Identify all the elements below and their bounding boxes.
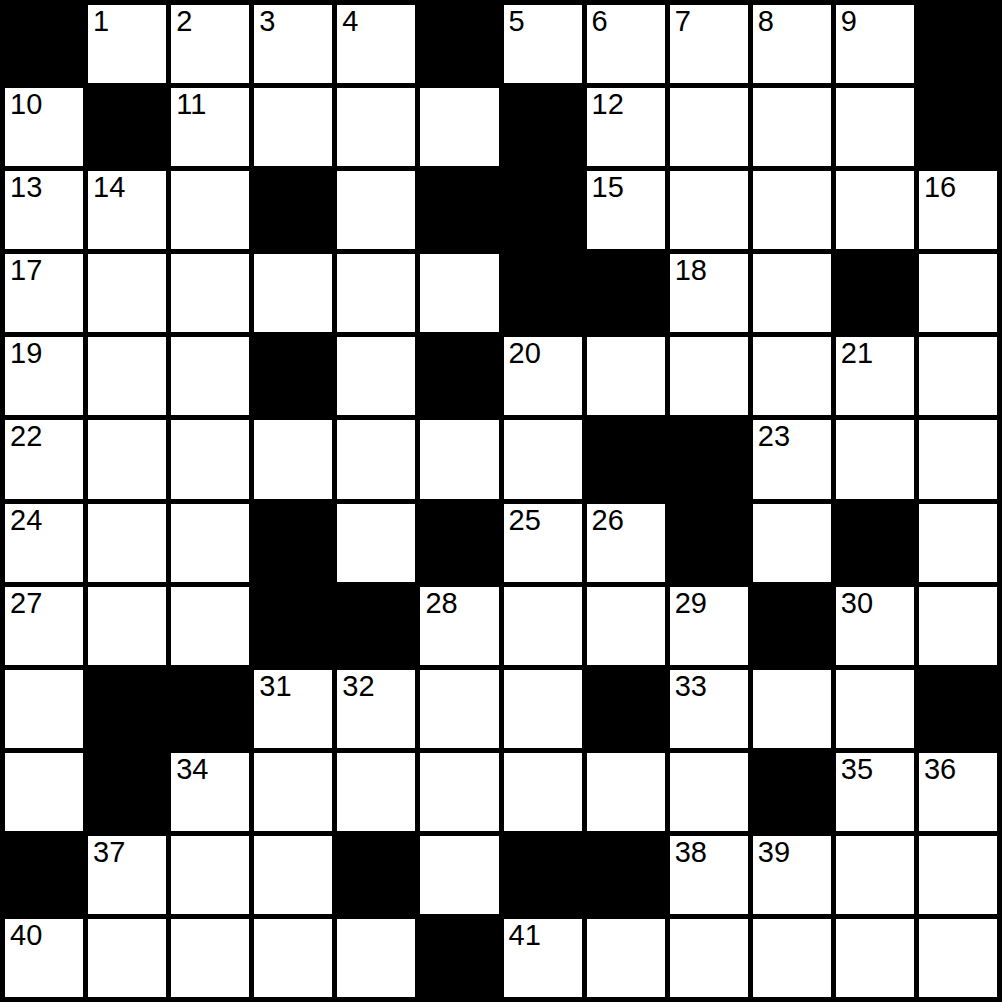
open-cell-r2c3[interactable]: 11 [171, 88, 249, 166]
open-cell-r2c4[interactable] [254, 88, 332, 166]
open-cell-r10c3[interactable]: 34 [171, 753, 249, 831]
open-cell-r2c6[interactable] [420, 88, 498, 166]
block-cell-r1c6 [420, 5, 498, 83]
open-cell-r3c8[interactable]: 15 [587, 171, 665, 249]
clue-number-32: 32 [342, 670, 374, 702]
open-cell-r1c5[interactable]: 4 [337, 5, 415, 83]
open-cell-r9c9[interactable]: 33 [670, 670, 748, 748]
open-cell-r2c9[interactable] [670, 88, 748, 166]
open-cell-r7c7[interactable]: 25 [504, 504, 582, 582]
block-cell-r11c7 [504, 836, 582, 914]
open-cell-r2c11[interactable] [836, 88, 914, 166]
open-cell-r1c8[interactable]: 6 [587, 5, 665, 83]
open-cell-r6c12[interactable] [919, 420, 997, 498]
clue-number-24: 24 [10, 504, 42, 536]
block-cell-r6c9 [670, 420, 748, 498]
open-cell-r3c11[interactable] [836, 171, 914, 249]
open-cell-r6c11[interactable] [836, 420, 914, 498]
open-cell-r10c6[interactable] [420, 753, 498, 831]
block-cell-r10c10 [753, 753, 831, 831]
open-cell-r12c5[interactable] [337, 919, 415, 997]
open-cell-r6c4[interactable] [254, 420, 332, 498]
open-cell-r11c10[interactable]: 39 [753, 836, 831, 914]
open-cell-r11c12[interactable] [919, 836, 997, 914]
open-cell-r4c2[interactable] [88, 254, 166, 332]
clue-number-6: 6 [592, 5, 608, 37]
block-cell-r7c6 [420, 504, 498, 582]
open-cell-r12c4[interactable] [254, 919, 332, 997]
block-cell-r7c4 [254, 504, 332, 582]
open-cell-r8c12[interactable] [919, 587, 997, 665]
open-cell-r10c7[interactable] [504, 753, 582, 831]
clue-number-34: 34 [176, 753, 208, 785]
block-cell-r7c11 [836, 504, 914, 582]
open-cell-r10c1[interactable] [5, 753, 83, 831]
open-cell-r5c3[interactable] [171, 337, 249, 415]
clue-number-27: 27 [10, 587, 42, 619]
open-cell-r4c3[interactable] [171, 254, 249, 332]
block-cell-r9c8 [587, 670, 665, 748]
block-cell-r11c5 [337, 836, 415, 914]
open-cell-r6c2[interactable] [88, 420, 166, 498]
open-cell-r7c8[interactable]: 26 [587, 504, 665, 582]
open-cell-r1c7[interactable]: 5 [504, 5, 582, 83]
open-cell-r9c10[interactable] [753, 670, 831, 748]
clue-number-3: 3 [259, 5, 275, 37]
block-cell-r6c8 [587, 420, 665, 498]
open-cell-r7c12[interactable] [919, 504, 997, 582]
open-cell-r2c5[interactable] [337, 88, 415, 166]
open-cell-r4c6[interactable] [420, 254, 498, 332]
open-cell-r11c2[interactable]: 37 [88, 836, 166, 914]
block-cell-r8c4 [254, 587, 332, 665]
open-cell-r5c12[interactable] [919, 337, 997, 415]
open-cell-r12c11[interactable] [836, 919, 914, 997]
clue-number-9: 9 [841, 5, 857, 37]
open-cell-r7c10[interactable] [753, 504, 831, 582]
clue-number-15: 15 [592, 171, 624, 203]
clue-number-40: 40 [10, 919, 42, 951]
open-cell-r5c8[interactable] [587, 337, 665, 415]
open-cell-r10c8[interactable] [587, 753, 665, 831]
open-cell-r12c3[interactable] [171, 919, 249, 997]
clue-number-38: 38 [675, 836, 707, 868]
block-cell-r8c10 [753, 587, 831, 665]
open-cell-r8c8[interactable] [587, 587, 665, 665]
clue-number-12: 12 [592, 88, 624, 120]
open-cell-r10c11[interactable]: 35 [836, 753, 914, 831]
open-cell-r5c10[interactable] [753, 337, 831, 415]
open-cell-r10c9[interactable] [670, 753, 748, 831]
block-cell-r3c4 [254, 171, 332, 249]
open-cell-r5c1[interactable]: 19 [5, 337, 83, 415]
clue-number-5: 5 [509, 5, 525, 37]
clue-number-22: 22 [10, 420, 42, 452]
clue-number-8: 8 [758, 5, 774, 37]
clue-number-41: 41 [509, 919, 541, 951]
open-cell-r11c4[interactable] [254, 836, 332, 914]
block-cell-r3c6 [420, 171, 498, 249]
clue-number-4: 4 [342, 5, 358, 37]
clue-number-19: 19 [10, 337, 42, 369]
block-cell-r4c7 [504, 254, 582, 332]
block-cell-r9c2 [88, 670, 166, 748]
open-cell-r4c5[interactable] [337, 254, 415, 332]
clue-number-37: 37 [93, 836, 125, 868]
open-cell-r1c11[interactable]: 9 [836, 5, 914, 83]
open-cell-r3c5[interactable] [337, 171, 415, 249]
block-cell-r4c11 [836, 254, 914, 332]
clue-number-33: 33 [675, 670, 707, 702]
clue-number-20: 20 [509, 337, 541, 369]
open-cell-r5c2[interactable] [88, 337, 166, 415]
open-cell-r9c11[interactable] [836, 670, 914, 748]
open-cell-r4c9[interactable]: 18 [670, 254, 748, 332]
clue-number-30: 30 [841, 587, 873, 619]
open-cell-r6c3[interactable] [171, 420, 249, 498]
open-cell-r8c7[interactable] [504, 587, 582, 665]
clue-number-14: 14 [93, 171, 125, 203]
open-cell-r6c10[interactable]: 23 [753, 420, 831, 498]
open-cell-r11c11[interactable] [836, 836, 914, 914]
open-cell-r4c10[interactable] [753, 254, 831, 332]
open-cell-r9c7[interactable] [504, 670, 582, 748]
open-cell-r9c5[interactable]: 32 [337, 670, 415, 748]
open-cell-r11c6[interactable] [420, 836, 498, 914]
open-cell-r7c3[interactable] [171, 504, 249, 582]
open-cell-r8c9[interactable]: 29 [670, 587, 748, 665]
clue-number-1: 1 [93, 5, 109, 37]
open-cell-r3c3[interactable] [171, 171, 249, 249]
open-cell-r12c7[interactable]: 41 [504, 919, 582, 997]
open-cell-r6c6[interactable] [420, 420, 498, 498]
clue-number-26: 26 [592, 504, 624, 536]
block-cell-r8c5 [337, 587, 415, 665]
clue-number-2: 2 [176, 5, 192, 37]
open-cell-r3c10[interactable] [753, 171, 831, 249]
clue-number-39: 39 [758, 836, 790, 868]
block-cell-r10c2 [88, 753, 166, 831]
block-cell-r12c6 [420, 919, 498, 997]
open-cell-r5c9[interactable] [670, 337, 748, 415]
clue-number-23: 23 [758, 420, 790, 452]
open-cell-r3c2[interactable]: 14 [88, 171, 166, 249]
open-cell-r7c2[interactable] [88, 504, 166, 582]
block-cell-r2c7 [504, 88, 582, 166]
clue-number-21: 21 [841, 337, 873, 369]
open-cell-r5c5[interactable] [337, 337, 415, 415]
open-cell-r6c1[interactable]: 22 [5, 420, 83, 498]
clue-number-11: 11 [176, 88, 206, 120]
open-cell-r9c4[interactable]: 31 [254, 670, 332, 748]
open-cell-r8c6[interactable]: 28 [420, 587, 498, 665]
block-cell-r9c3 [171, 670, 249, 748]
open-cell-r3c9[interactable] [670, 171, 748, 249]
open-cell-r6c7[interactable] [504, 420, 582, 498]
open-cell-r12c1[interactable]: 40 [5, 919, 83, 997]
clue-number-28: 28 [425, 587, 457, 619]
clue-number-36: 36 [924, 753, 956, 785]
clue-number-29: 29 [675, 587, 707, 619]
clue-number-31: 31 [259, 670, 291, 702]
open-cell-r11c9[interactable]: 38 [670, 836, 748, 914]
clue-number-18: 18 [675, 254, 707, 286]
open-cell-r8c1[interactable]: 27 [5, 587, 83, 665]
open-cell-r12c2[interactable] [88, 919, 166, 997]
open-cell-r8c3[interactable] [171, 587, 249, 665]
open-cell-r3c1[interactable]: 13 [5, 171, 83, 249]
open-cell-r1c10[interactable]: 8 [753, 5, 831, 83]
open-cell-r5c11[interactable]: 21 [836, 337, 914, 415]
open-cell-r10c5[interactable] [337, 753, 415, 831]
clue-number-7: 7 [675, 5, 691, 37]
open-cell-r4c1[interactable]: 17 [5, 254, 83, 332]
block-cell-r4c8 [587, 254, 665, 332]
open-cell-r7c1[interactable]: 24 [5, 504, 83, 582]
open-cell-r10c12[interactable]: 36 [919, 753, 997, 831]
block-cell-r7c9 [670, 504, 748, 582]
block-cell-r2c2 [88, 88, 166, 166]
open-cell-r3c12[interactable]: 16 [919, 171, 997, 249]
open-cell-r2c10[interactable] [753, 88, 831, 166]
open-cell-r1c3[interactable]: 2 [171, 5, 249, 83]
open-cell-r4c4[interactable] [254, 254, 332, 332]
block-cell-r11c8 [587, 836, 665, 914]
open-cell-r2c1[interactable]: 10 [5, 88, 83, 166]
open-cell-r10c4[interactable] [254, 753, 332, 831]
open-cell-r12c10[interactable] [753, 919, 831, 997]
open-cell-r12c9[interactable] [670, 919, 748, 997]
open-cell-r8c2[interactable] [88, 587, 166, 665]
block-cell-r1c1 [5, 5, 83, 83]
block-cell-r5c6 [420, 337, 498, 415]
open-cell-r6c5[interactable] [337, 420, 415, 498]
block-cell-r3c7 [504, 171, 582, 249]
block-cell-r2c12 [919, 88, 997, 166]
open-cell-r7c5[interactable] [337, 504, 415, 582]
open-cell-r8c11[interactable]: 30 [836, 587, 914, 665]
clue-number-10: 10 [10, 88, 42, 120]
open-cell-r4c12[interactable] [919, 254, 997, 332]
open-cell-r9c6[interactable] [420, 670, 498, 748]
clue-number-25: 25 [509, 504, 541, 536]
open-cell-r11c3[interactable] [171, 836, 249, 914]
open-cell-r9c1[interactable] [5, 670, 83, 748]
block-cell-r11c1 [5, 836, 83, 914]
open-cell-r2c8[interactable]: 12 [587, 88, 665, 166]
clue-number-16: 16 [924, 171, 956, 203]
block-cell-r9c12 [919, 670, 997, 748]
clue-number-17: 17 [10, 254, 42, 286]
open-cell-r1c4[interactable]: 3 [254, 5, 332, 83]
open-cell-r12c12[interactable] [919, 919, 997, 997]
block-cell-r1c12 [919, 5, 997, 83]
open-cell-r12c8[interactable] [587, 919, 665, 997]
clue-number-35: 35 [841, 753, 873, 785]
open-cell-r5c7[interactable]: 20 [504, 337, 582, 415]
open-cell-r1c2[interactable]: 1 [88, 5, 166, 83]
open-cell-r1c9[interactable]: 7 [670, 5, 748, 83]
block-cell-r5c4 [254, 337, 332, 415]
clue-number-13: 13 [10, 171, 42, 203]
crossword-grid: 1234567891011121314151617181920212223242… [0, 0, 1002, 1002]
